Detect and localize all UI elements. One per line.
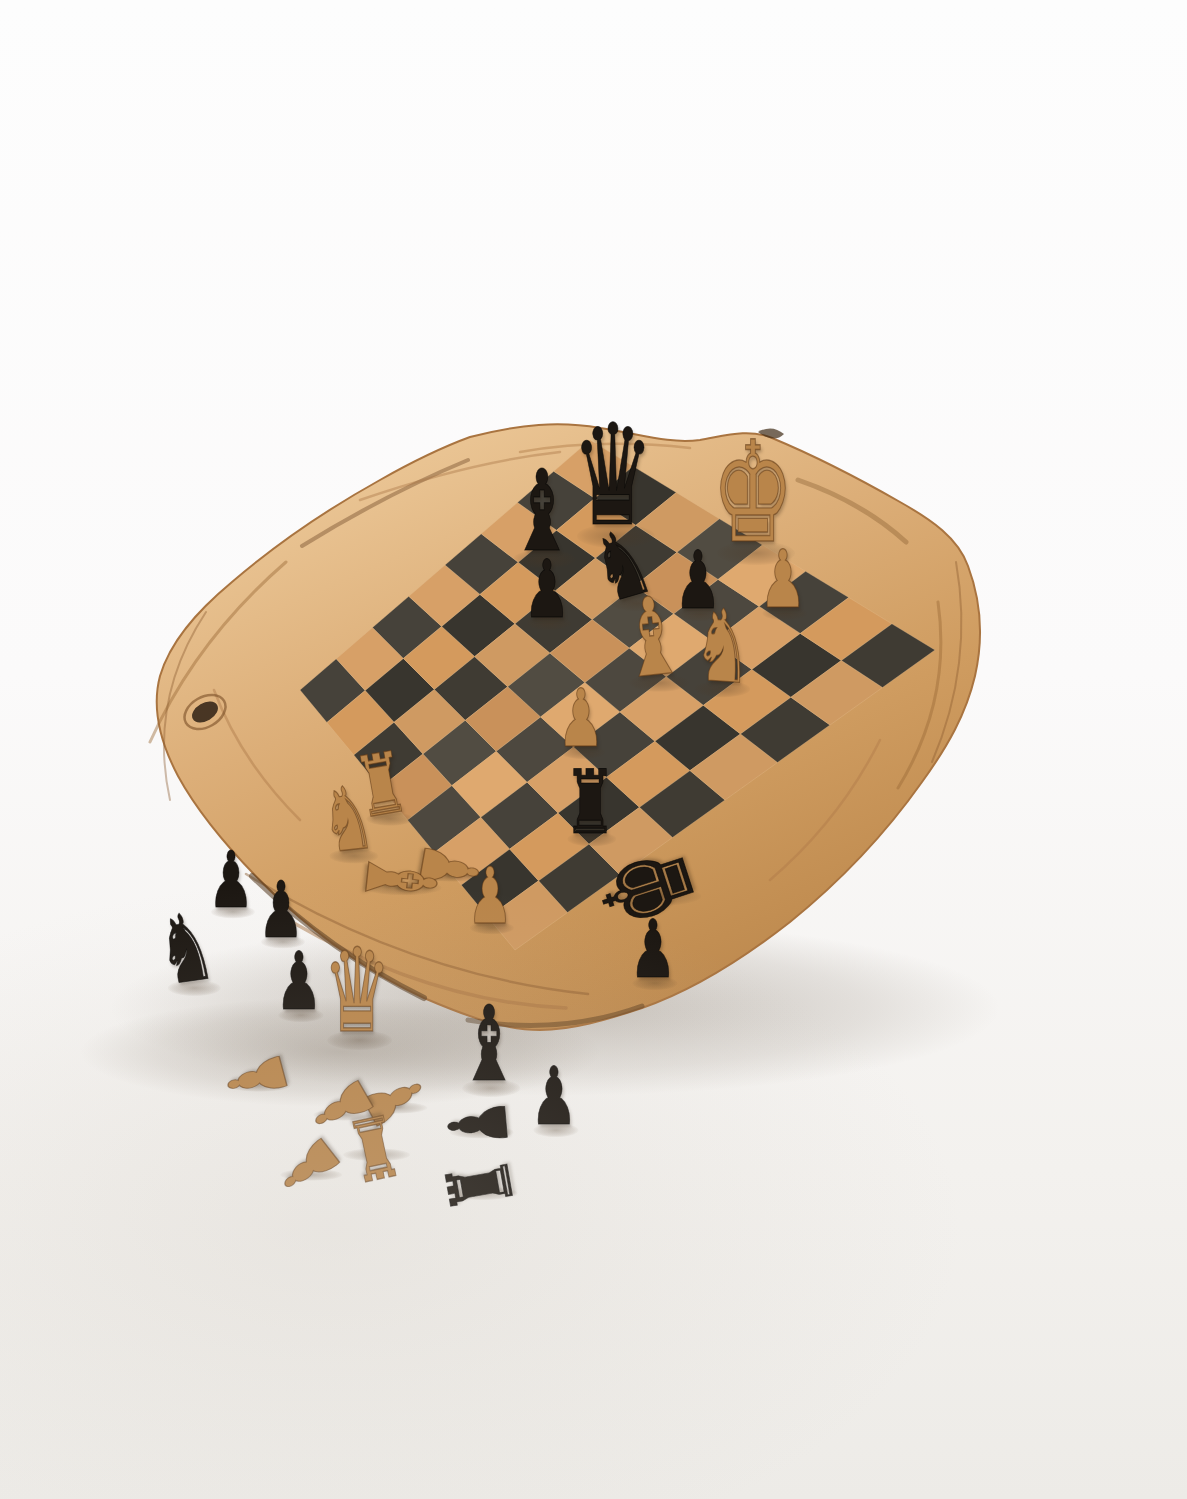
white-pawn-table[interactable]: ♟ xyxy=(264,1125,354,1209)
white-pawn-rim[interactable]: ♟ xyxy=(467,857,513,935)
chess-scene: ♛♚♝♞♟♟♟♝♞♟♜♜♞♟♝♚♟♟♟♟♞♟♛♟♝♟♟♟♟♜♟♜ xyxy=(0,0,1187,1499)
black-pawn-rim[interactable]: ♟ xyxy=(629,910,676,990)
black-rook-table[interactable]: ♜ xyxy=(433,1152,527,1217)
black-pawn-table[interactable]: ♟ xyxy=(437,1097,521,1151)
white-knight-f2[interactable]: ♞ xyxy=(690,595,756,699)
white-pawn-h3[interactable]: ♟ xyxy=(759,540,806,620)
black-rook-b2[interactable]: ♜ xyxy=(564,759,616,847)
pieces-layer: ♛♚♝♞♟♟♟♝♞♟♜♜♞♟♝♚♟♟♟♟♞♟♛♟♝♟♟♟♟♜♟♜ xyxy=(0,0,1187,1499)
black-pawn-e6[interactable]: ♟ xyxy=(523,550,570,630)
black-bishop-table[interactable]: ♝ xyxy=(458,992,520,1096)
white-pawn-table[interactable]: ♟ xyxy=(213,1046,300,1111)
black-pawn-table[interactable]: ♟ xyxy=(530,1057,577,1137)
white-bishop-e3[interactable]: ♝ xyxy=(614,581,689,695)
black-pawn-table[interactable]: ♟ xyxy=(275,942,322,1022)
white-queen-table[interactable]: ♛ xyxy=(323,933,392,1049)
black-pawn-table[interactable]: ♟ xyxy=(208,841,254,919)
white-pawn-c3[interactable]: ♟ xyxy=(557,679,604,759)
white-bishop-rim[interactable]: ♝ xyxy=(349,847,450,914)
